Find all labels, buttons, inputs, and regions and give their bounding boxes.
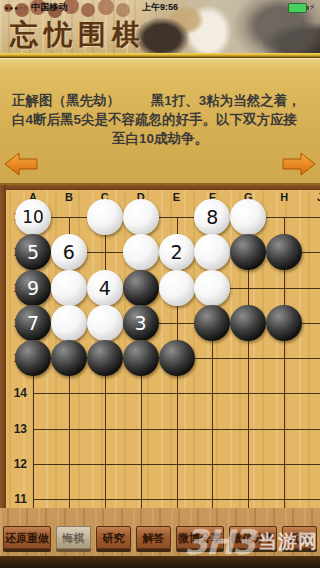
white-stone-F17: [194, 270, 230, 306]
undo-move-button[interactable]: 悔棋: [56, 526, 91, 549]
black-stone-A15: [15, 340, 51, 376]
lesson-line-1: 正解图（黑先劫） 黑1打、3粘为当然之着，: [0, 91, 320, 110]
board-frame-left: [0, 185, 6, 508]
lesson-text: 正解图（黑先劫） 黑1打、3粘为当然之着， 白4断后黑5尖是不容疏忽的好手。以下…: [0, 91, 320, 148]
move-number: 4: [99, 277, 111, 299]
wechat-share-button[interactable]: 微信分享: [229, 526, 277, 549]
previous-diagram-arrow-icon[interactable]: [3, 151, 39, 178]
white-stone-D18: [123, 234, 159, 270]
weibo-share-button[interactable]: 微博分享: [176, 526, 224, 549]
black-stone-E15: [159, 340, 195, 376]
battery-icon: [288, 3, 307, 13]
black-stone-F16: [194, 305, 230, 341]
lesson-panel: 正解图（黑先劫） 黑1打、3粘为当然之着， 白4断后黑5尖是不容疏忽的好手。以下…: [0, 58, 320, 185]
move-number: 8: [206, 206, 218, 228]
black-stone-A16: 7: [15, 305, 51, 341]
black-stone-H16: [266, 305, 302, 341]
board-frame-top: [0, 185, 320, 190]
white-stone-G19: [230, 199, 266, 235]
move-number: 2: [170, 241, 182, 263]
next-diagram-arrow-icon[interactable]: [281, 151, 317, 178]
black-stone-C15: [87, 340, 123, 376]
col-label-H: H: [274, 191, 294, 203]
move-number: 6: [63, 241, 75, 263]
black-stone-B15: [51, 340, 87, 376]
restore-redo-button[interactable]: 还原重做: [3, 526, 51, 549]
toolbar: 还原重做悔棋研究解答微博分享微信分享返回: [3, 526, 317, 549]
white-stone-C16: [87, 305, 123, 341]
black-stone-G18: [230, 234, 266, 270]
col-label-B: B: [59, 191, 79, 203]
col-label-J: J: [310, 191, 320, 203]
white-stone-B17: [51, 270, 87, 306]
status-time: 上午9:56: [0, 1, 320, 14]
black-stone-A18: 5: [15, 234, 51, 270]
white-stone-E17: [159, 270, 195, 306]
white-stone-A19: 10: [15, 199, 51, 235]
charging-bolt-icon: ⚡: [309, 4, 315, 12]
move-number: 9: [27, 277, 39, 299]
black-stone-D15: [123, 340, 159, 376]
app-screen: 上午9:56 ●●●○○ 中国移动 ⚡ 忘忧围棋 正解图（黑先劫） 黑1打、3粘…: [0, 0, 320, 568]
move-number: 7: [27, 312, 39, 334]
white-stone-F19: 8: [194, 199, 230, 235]
bottom-dark-bar: [0, 556, 320, 568]
bottom-panel: 还原重做悔棋研究解答微博分享微信分享返回 3H3 当游网: [0, 508, 320, 568]
white-stone-C17: 4: [87, 270, 123, 306]
black-stone-H18: [266, 234, 302, 270]
lesson-line-3: 至白10成劫争。: [0, 129, 320, 148]
move-number: 10: [22, 207, 44, 227]
study-button[interactable]: 研究: [96, 526, 131, 549]
black-stone-D16: 3: [123, 305, 159, 341]
move-number: 5: [27, 241, 39, 263]
lesson-line-2: 白4断后黑5尖是不容疏忽的好手。以下双方应接: [0, 110, 320, 129]
solution-button[interactable]: 解答: [136, 526, 171, 549]
move-number: 3: [135, 312, 147, 334]
back-button[interactable]: 返回: [282, 526, 317, 549]
white-stone-B18: 6: [51, 234, 87, 270]
black-stone-D17: [123, 270, 159, 306]
white-stone-C19: [87, 199, 123, 235]
status-bar: 上午9:56 ●●●○○ 中国移动 ⚡: [0, 0, 320, 15]
white-stone-F18: [194, 234, 230, 270]
col-label-E: E: [167, 191, 187, 203]
app-title: 忘忧围棋: [10, 16, 146, 54]
go-board[interactable]: 191817161514131211ABCDEFGHJ1085629473: [0, 185, 320, 508]
white-stone-E18: 2: [159, 234, 195, 270]
white-stone-B16: [51, 305, 87, 341]
black-stone-A17: 9: [15, 270, 51, 306]
header: 上午9:56 ●●●○○ 中国移动 ⚡ 忘忧围棋: [0, 0, 320, 53]
white-stone-D19: [123, 199, 159, 235]
black-stone-G16: [230, 305, 266, 341]
